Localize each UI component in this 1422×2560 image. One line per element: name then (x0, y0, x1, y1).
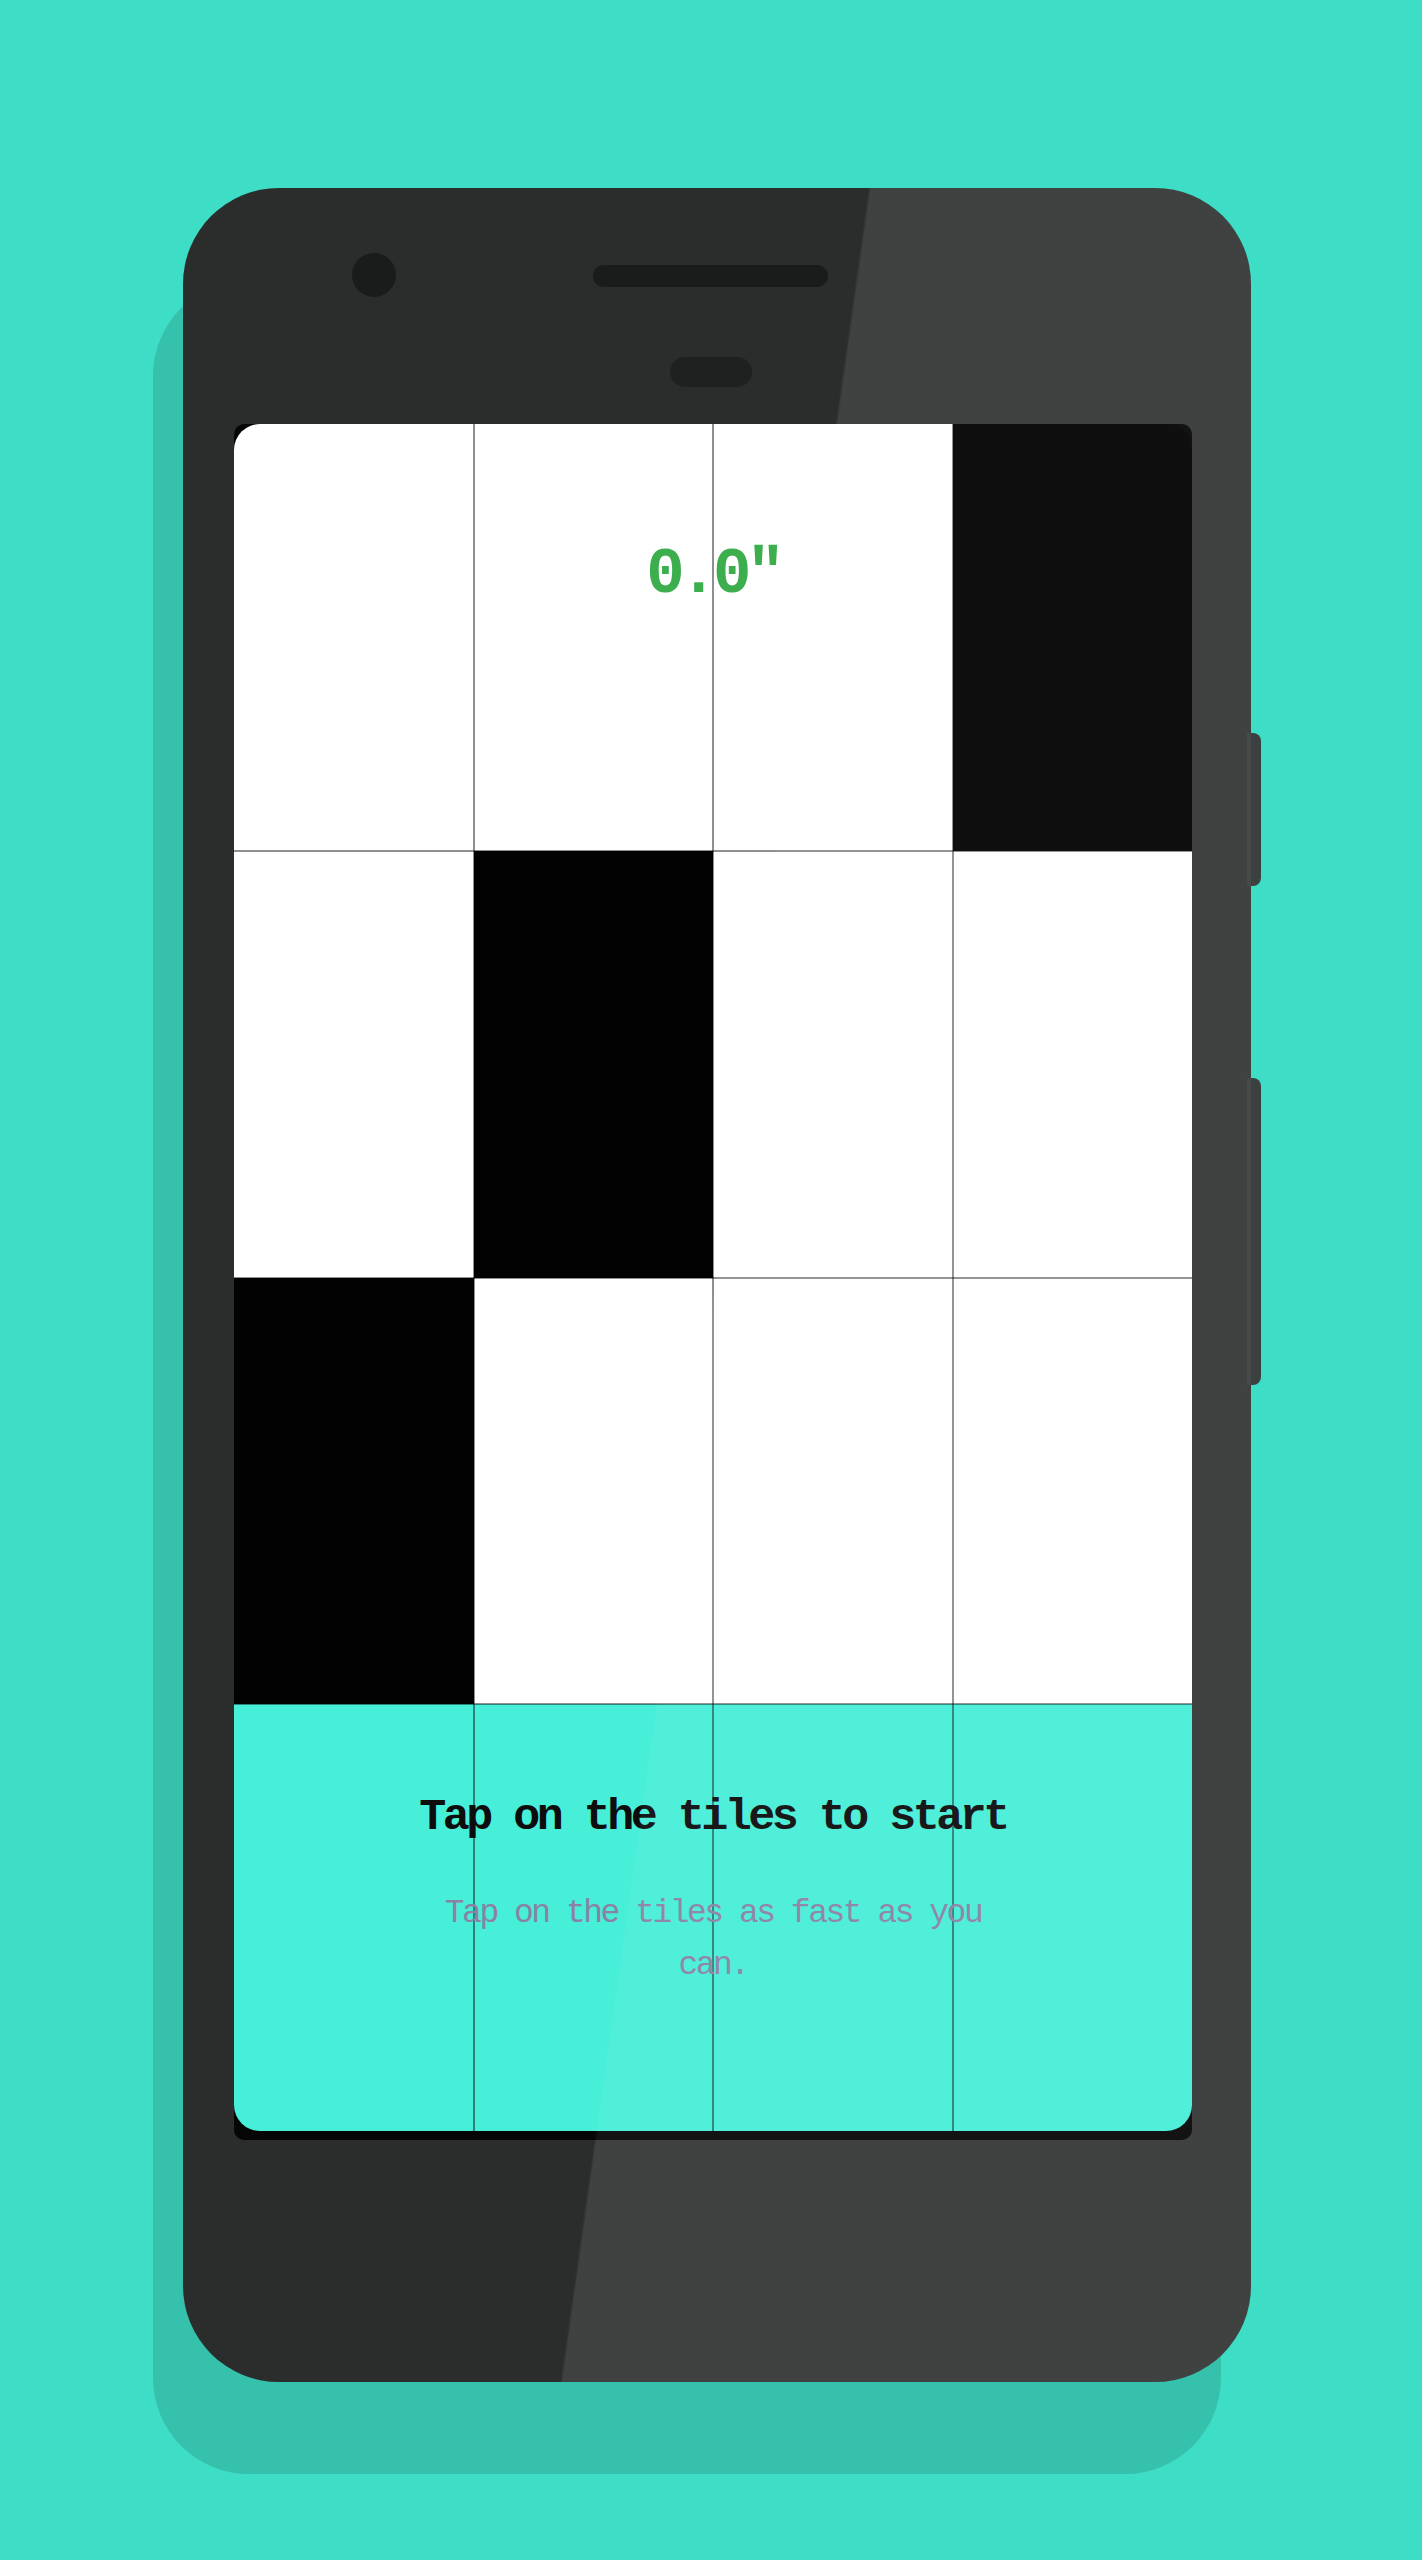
tile-r2c2-black[interactable] (474, 851, 714, 1278)
tile-r3c1-black[interactable] (234, 1278, 474, 1705)
volume-button (1247, 1078, 1261, 1385)
tile-r3c3-white[interactable] (713, 1278, 953, 1705)
start-subtitle: Tap on the tiles as fast as you can. (433, 1888, 993, 1992)
timer-label: 0.0" (234, 540, 1192, 610)
tile-r2c3-white[interactable] (713, 851, 953, 1278)
game-screen: 0.0" Tap on the tiles to start Tap on th… (234, 424, 1192, 2131)
start-title: Tap on the tiles to start (234, 1790, 1192, 1846)
earpiece-speaker-icon (593, 265, 828, 287)
tile-r2c4-white[interactable] (953, 851, 1193, 1278)
tile-r3c2-white[interactable] (474, 1278, 714, 1705)
sensor-notch-icon (670, 357, 752, 387)
tile-r1c4-black[interactable] (953, 424, 1193, 851)
stage: 0.0" Tap on the tiles to start Tap on th… (0, 0, 1422, 2560)
front-camera-icon (352, 253, 396, 297)
tile-r3c4-white[interactable] (953, 1278, 1193, 1705)
power-button (1247, 733, 1261, 886)
tile-r2c1-white[interactable] (234, 851, 474, 1278)
tile-grid (234, 424, 1192, 2131)
tile-r1c2-white[interactable] (474, 424, 714, 851)
tile-r1c3-white[interactable] (713, 424, 953, 851)
tile-r1c1-white[interactable] (234, 424, 474, 851)
